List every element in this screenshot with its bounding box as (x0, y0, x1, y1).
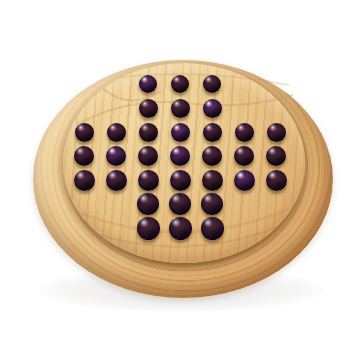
marble[interactable]: ● (203, 75, 221, 93)
marble[interactable]: ● (203, 99, 222, 118)
board-hole: ● (100, 120, 132, 144)
marble-glyph: ● (180, 228, 181, 229)
board-corner-gap (260, 72, 292, 96)
marble-glyph: ● (244, 132, 245, 133)
board-corner-gap (100, 216, 132, 240)
marble-glyph: ● (276, 132, 277, 133)
board-hole: ● (68, 144, 100, 168)
marble[interactable]: ● (169, 193, 191, 215)
marble-glyph: ● (276, 180, 277, 181)
marble[interactable]: ● (106, 146, 126, 166)
marble-glyph: ● (212, 108, 213, 109)
board-hole: ● (196, 192, 228, 216)
marble[interactable]: ● (107, 123, 126, 142)
board-corner-gap (228, 192, 260, 216)
marble[interactable]: ● (201, 217, 224, 240)
board-hole: ● (228, 120, 260, 144)
board-corner-gap (100, 192, 132, 216)
board-hole: ● (164, 96, 196, 120)
marble[interactable]: ● (139, 75, 157, 93)
board-hole: ● (260, 168, 292, 192)
board-hole: ● (164, 216, 196, 240)
board-hole: ● (132, 216, 164, 240)
marble-glyph: ● (212, 156, 213, 157)
marble[interactable]: ● (138, 146, 158, 166)
marble-glyph: ● (212, 132, 213, 133)
marble[interactable]: ● (267, 123, 286, 142)
marble[interactable]: ● (75, 123, 94, 142)
board-hole: ● (132, 96, 164, 120)
marble[interactable]: ● (171, 75, 189, 93)
marble-glyph: ● (212, 84, 213, 85)
marble[interactable]: ● (137, 193, 159, 215)
marble[interactable]: ● (106, 170, 127, 191)
marble[interactable]: ● (139, 99, 158, 118)
marble-glyph: ● (180, 180, 181, 181)
marble-glyph: ● (212, 180, 213, 181)
board-hole: ● (260, 120, 292, 144)
peg-solitaire-photo: ●●●●●●●●●●●●●●●●●●●●●●●●●●●●●●●●● (0, 0, 360, 360)
board-hole: ● (228, 144, 260, 168)
marble-glyph: ● (116, 156, 117, 157)
marble[interactable]: ● (201, 193, 223, 215)
marble-glyph: ● (148, 228, 149, 229)
marble-glyph: ● (84, 180, 85, 181)
marble-glyph: ● (276, 156, 277, 157)
board-corner-gap (68, 192, 100, 216)
board-hole: ● (100, 168, 132, 192)
marble[interactable]: ● (171, 123, 190, 142)
board-corner-gap (68, 216, 100, 240)
board-corner-gap (228, 96, 260, 120)
board-hole: ● (164, 144, 196, 168)
board-corner-gap (100, 96, 132, 120)
board-hole: ● (196, 168, 228, 192)
marble-glyph: ● (116, 132, 117, 133)
marble-glyph: ● (84, 132, 85, 133)
marble-glyph: ● (244, 180, 245, 181)
marble-glyph: ● (148, 156, 149, 157)
board-corner-gap (228, 216, 260, 240)
board-hole: ● (100, 144, 132, 168)
board-hole: ● (228, 168, 260, 192)
marble-glyph: ● (148, 180, 149, 181)
marble[interactable]: ● (235, 123, 254, 142)
marble[interactable]: ● (169, 217, 192, 240)
board-hole: ● (260, 144, 292, 168)
board-hole: ● (132, 192, 164, 216)
board-corner-gap (68, 96, 100, 120)
marble-glyph: ● (148, 204, 149, 205)
marble-glyph: ● (84, 156, 85, 157)
marble-glyph: ● (116, 180, 117, 181)
board-corner-gap (260, 192, 292, 216)
peg-grid: ●●●●●●●●●●●●●●●●●●●●●●●●●●●●●●●●● (68, 72, 292, 240)
board-hole: ● (196, 120, 228, 144)
board-hole: ● (196, 216, 228, 240)
board-hole: ● (164, 72, 196, 96)
marble-glyph: ● (212, 228, 213, 229)
marble[interactable]: ● (203, 123, 222, 142)
marble[interactable]: ● (266, 146, 286, 166)
board-hole: ● (132, 144, 164, 168)
board-hole: ● (164, 120, 196, 144)
marble-glyph: ● (180, 108, 181, 109)
marble-glyph: ● (148, 108, 149, 109)
marble[interactable]: ● (266, 170, 287, 191)
board-hole: ● (196, 144, 228, 168)
board-corner-gap (260, 216, 292, 240)
board-hole: ● (132, 168, 164, 192)
marble-glyph: ● (148, 132, 149, 133)
marble[interactable]: ● (202, 146, 222, 166)
board-corner-gap (100, 72, 132, 96)
marble[interactable]: ● (74, 170, 95, 191)
marble[interactable]: ● (137, 217, 160, 240)
marble-glyph: ● (244, 156, 245, 157)
marble[interactable]: ● (234, 146, 254, 166)
board-hole: ● (196, 96, 228, 120)
marble[interactable]: ● (139, 123, 158, 142)
marble[interactable]: ● (171, 99, 190, 118)
marble[interactable]: ● (74, 146, 94, 166)
board-corner-gap (68, 72, 100, 96)
board-corner-gap (228, 72, 260, 96)
marble[interactable]: ● (170, 170, 191, 191)
board-hole: ● (164, 192, 196, 216)
marble[interactable]: ● (170, 146, 190, 166)
marble-glyph: ● (148, 84, 149, 85)
marble-glyph: ● (212, 204, 213, 205)
marble[interactable]: ● (202, 170, 223, 191)
board-corner-gap (260, 96, 292, 120)
board-hole: ● (164, 168, 196, 192)
marble[interactable]: ● (234, 170, 255, 191)
board-hole: ● (68, 120, 100, 144)
marble-glyph: ● (180, 204, 181, 205)
marble-glyph: ● (180, 156, 181, 157)
board-hole: ● (68, 168, 100, 192)
marble-glyph: ● (180, 84, 181, 85)
board-hole: ● (132, 72, 164, 96)
marble[interactable]: ● (138, 170, 159, 191)
board-hole: ● (132, 120, 164, 144)
board-hole: ● (196, 72, 228, 96)
marble-glyph: ● (180, 132, 181, 133)
